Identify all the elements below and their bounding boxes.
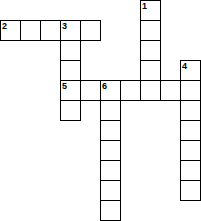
cell-r9c5[interactable] (100, 180, 121, 201)
cell-r1c7[interactable] (140, 20, 161, 41)
clue-number-2: 2 (2, 21, 7, 31)
clue-number-4: 4 (182, 61, 187, 71)
cell-r3c9[interactable]: 4 (180, 60, 201, 81)
cell-r1c3[interactable]: 3 (60, 20, 81, 41)
cell-r2c3[interactable] (60, 40, 81, 61)
cell-r10c5[interactable] (100, 200, 121, 221)
cell-r5c3[interactable] (60, 100, 81, 121)
cell-r4c5[interactable]: 6 (100, 80, 121, 101)
cell-r8c9[interactable] (180, 160, 201, 181)
cell-r3c7[interactable] (140, 60, 161, 81)
cell-r4c4[interactable] (80, 80, 101, 101)
cell-r1c4[interactable] (80, 20, 101, 41)
cell-r7c5[interactable] (100, 140, 121, 161)
cell-r5c9[interactable] (180, 100, 201, 121)
cell-r4c9[interactable] (180, 80, 201, 101)
cell-r1c0[interactable]: 2 (0, 20, 21, 41)
cell-r0c7[interactable]: 1 (140, 0, 161, 21)
cell-r8c5[interactable] (100, 160, 121, 181)
crossword-board: 123456 (0, 0, 201, 221)
cell-r4c6[interactable] (120, 80, 141, 101)
cell-r6c5[interactable] (100, 120, 121, 141)
cell-r4c8[interactable] (160, 80, 181, 101)
cell-r2c7[interactable] (140, 40, 161, 61)
cell-r4c3[interactable]: 5 (60, 80, 81, 101)
clue-number-6: 6 (102, 81, 107, 91)
clue-number-5: 5 (62, 81, 67, 91)
cell-r3c3[interactable] (60, 60, 81, 81)
cell-r6c9[interactable] (180, 120, 201, 141)
clue-number-1: 1 (142, 1, 147, 11)
cell-r1c1[interactable] (20, 20, 41, 41)
cell-r7c9[interactable] (180, 140, 201, 161)
cell-r1c2[interactable] (40, 20, 61, 41)
cell-r4c7[interactable] (140, 80, 161, 101)
cell-r5c5[interactable] (100, 100, 121, 121)
cell-r9c9[interactable] (180, 180, 201, 201)
clue-number-3: 3 (62, 21, 67, 31)
